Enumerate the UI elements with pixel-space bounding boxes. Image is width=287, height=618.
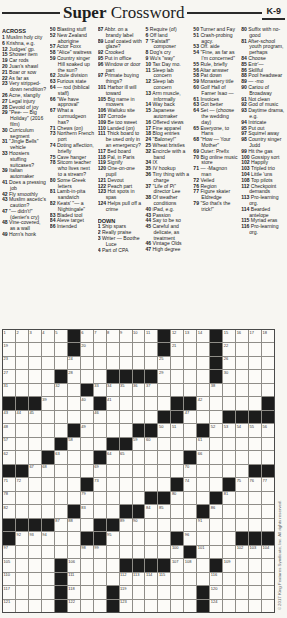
grid-cell-r20c12[interactable] xyxy=(145,586,157,598)
grid-cell-r3c10[interactable] xyxy=(120,357,132,369)
grid-cell-r12c1[interactable]: 71 xyxy=(3,478,15,490)
grid-cell-r13c20[interactable] xyxy=(249,492,261,504)
grid-cell-r12c11[interactable] xyxy=(133,478,145,490)
grid-cell-r5c15[interactable] xyxy=(184,384,196,396)
grid-cell-r16c11[interactable] xyxy=(133,532,145,544)
grid-cell-r5c8[interactable]: 33 xyxy=(94,384,106,396)
grid-cell-r7c7[interactable] xyxy=(81,411,93,423)
grid-cell-r16c9[interactable]: 95 xyxy=(107,532,119,544)
grid-cell-r14c19[interactable] xyxy=(236,505,248,517)
grid-cell-r17c19[interactable]: 102 xyxy=(236,546,248,558)
grid-cell-r14c2[interactable] xyxy=(16,505,28,517)
grid-cell-r8c13[interactable]: 50 xyxy=(158,424,170,436)
grid-cell-r14c1[interactable]: 82 xyxy=(3,505,15,517)
grid-cell-r12c16[interactable] xyxy=(197,478,209,490)
grid-cell-r4c14[interactable] xyxy=(171,370,183,382)
grid-cell-r19c8[interactable] xyxy=(94,573,106,585)
grid-cell-r1c1[interactable]: 1 xyxy=(3,330,15,342)
grid-cell-r9c12[interactable]: 60 xyxy=(145,438,157,450)
grid-cell-r18c21[interactable] xyxy=(262,559,274,571)
grid-cell-r17c13[interactable] xyxy=(158,546,170,558)
grid-cell-r20c17[interactable]: 120 xyxy=(210,586,222,598)
grid-cell-r15c12[interactable] xyxy=(145,519,157,531)
grid-cell-r11c8[interactable]: 69 xyxy=(94,465,106,477)
grid-cell-r19c9[interactable] xyxy=(107,573,119,585)
grid-cell-r7c12[interactable] xyxy=(145,411,157,423)
grid-cell-r15c7[interactable] xyxy=(81,519,93,531)
grid-cell-r18c2[interactable] xyxy=(16,559,28,571)
grid-cell-r14c13[interactable]: 85 xyxy=(158,505,170,517)
grid-cell-r3c12[interactable] xyxy=(145,357,157,369)
grid-cell-r10c14[interactable] xyxy=(171,451,183,463)
grid-cell-r13c18[interactable]: 81 xyxy=(223,492,235,504)
grid-cell-r6c11[interactable] xyxy=(133,397,145,409)
grid-cell-r6c10[interactable] xyxy=(120,397,132,409)
grid-cell-r1c10[interactable]: 9 xyxy=(120,330,132,342)
grid-cell-r2c5[interactable] xyxy=(55,343,67,355)
grid-cell-r14c12[interactable]: 84 xyxy=(145,505,157,517)
grid-cell-r12c10[interactable] xyxy=(120,478,132,490)
grid-cell-r17c11[interactable] xyxy=(133,546,145,558)
grid-cell-r12c9[interactable] xyxy=(107,478,119,490)
grid-cell-r1c20[interactable]: 17 xyxy=(249,330,261,342)
grid-cell-r11c4[interactable]: 68 xyxy=(42,465,54,477)
grid-cell-r17c21[interactable]: 104 xyxy=(262,546,274,558)
grid-cell-r16c10[interactable] xyxy=(120,532,132,544)
grid-cell-r14c14[interactable] xyxy=(171,505,183,517)
grid-cell-r14c8[interactable] xyxy=(94,505,106,517)
grid-cell-r9c6[interactable]: 58 xyxy=(68,438,80,450)
grid-cell-r20c19[interactable] xyxy=(236,586,248,598)
grid-cell-r10c6[interactable] xyxy=(68,451,80,463)
grid-cell-r10c17[interactable] xyxy=(210,451,222,463)
grid-cell-r20c8[interactable] xyxy=(94,586,106,598)
grid-cell-r2c2[interactable] xyxy=(16,343,28,355)
grid-cell-r10c10[interactable]: 65 xyxy=(120,451,132,463)
grid-cell-r20c3[interactable] xyxy=(29,586,41,598)
grid-cell-r11c11[interactable] xyxy=(133,465,145,477)
grid-cell-r5c2[interactable] xyxy=(16,384,28,396)
grid-cell-r11c16[interactable] xyxy=(197,465,209,477)
grid-cell-r3c18[interactable]: 26 xyxy=(223,357,235,369)
grid-cell-r9c18[interactable] xyxy=(223,438,235,450)
grid-cell-r7c17[interactable] xyxy=(210,411,222,423)
grid-cell-r4c18[interactable]: 30 xyxy=(223,370,235,382)
grid-cell-r10c3[interactable] xyxy=(29,451,41,463)
grid-cell-r7c1[interactable]: 43 xyxy=(3,411,15,423)
grid-cell-r4c16[interactable] xyxy=(197,370,209,382)
grid-cell-r3c19[interactable] xyxy=(236,357,248,369)
grid-cell-r14c9[interactable] xyxy=(107,505,119,517)
grid-cell-r17c1[interactable]: 97 xyxy=(3,546,15,558)
grid-cell-r21c6[interactable]: 122 xyxy=(68,600,80,612)
grid-cell-r21c10[interactable]: 123 xyxy=(120,600,132,612)
grid-cell-r3c16[interactable] xyxy=(197,357,209,369)
grid-cell-r5c20[interactable] xyxy=(249,384,261,396)
grid-cell-r15c5[interactable]: 87 xyxy=(55,519,67,531)
grid-cell-r19c14[interactable] xyxy=(171,573,183,585)
grid-cell-r11c14[interactable] xyxy=(171,465,183,477)
grid-cell-r12c5[interactable] xyxy=(55,478,67,490)
grid-cell-r19c10[interactable]: 112 xyxy=(120,573,132,585)
grid-cell-r1c8[interactable]: 7 xyxy=(94,330,106,342)
grid-cell-r9c21[interactable] xyxy=(262,438,274,450)
grid-cell-r10c18[interactable] xyxy=(223,451,235,463)
grid-cell-r20c4[interactable] xyxy=(42,586,54,598)
grid-cell-r11c18[interactable] xyxy=(223,465,235,477)
grid-cell-r5c5[interactable]: 32 xyxy=(55,384,67,396)
grid-cell-r11c17[interactable] xyxy=(210,465,222,477)
grid-cell-r18c1[interactable]: 105 xyxy=(3,559,15,571)
grid-cell-r9c1[interactable]: 57 xyxy=(3,438,15,450)
grid-cell-r7c5[interactable] xyxy=(55,411,67,423)
grid-cell-r8c21[interactable]: 56 xyxy=(262,424,274,436)
grid-cell-r16c16[interactable] xyxy=(197,532,209,544)
grid-cell-r16c12[interactable] xyxy=(145,532,157,544)
grid-cell-r8c5[interactable] xyxy=(55,424,67,436)
grid-cell-r17c6[interactable] xyxy=(68,546,80,558)
grid-cell-r13c2[interactable] xyxy=(16,492,28,504)
grid-cell-r8c19[interactable]: 54 xyxy=(236,424,248,436)
grid-cell-r2c7[interactable]: 20 xyxy=(81,343,93,355)
grid-cell-r3c20[interactable] xyxy=(249,357,261,369)
grid-cell-r2c9[interactable] xyxy=(107,343,119,355)
grid-cell-r10c11[interactable] xyxy=(133,451,145,463)
grid-cell-r8c9[interactable] xyxy=(107,424,119,436)
grid-cell-r19c2[interactable] xyxy=(16,573,28,585)
grid-cell-r12c17[interactable] xyxy=(210,478,222,490)
grid-cell-r3c9[interactable] xyxy=(107,357,119,369)
grid-cell-r1c18[interactable]: 15 xyxy=(223,330,235,342)
grid-cell-r2c19[interactable] xyxy=(236,343,248,355)
grid-cell-r9c8[interactable] xyxy=(94,438,106,450)
grid-cell-r19c16[interactable] xyxy=(197,573,209,585)
grid-cell-r13c6[interactable] xyxy=(68,492,80,504)
grid-cell-r16c5[interactable] xyxy=(55,532,67,544)
grid-cell-r1c7[interactable]: 6 xyxy=(81,330,93,342)
grid-cell-r2c16[interactable] xyxy=(197,343,209,355)
grid-cell-r21c14[interactable] xyxy=(171,600,183,612)
grid-cell-r13c3[interactable] xyxy=(29,492,41,504)
grid-cell-r19c17[interactable]: 116 xyxy=(210,573,222,585)
grid-cell-r13c7[interactable]: 79 xyxy=(81,492,93,504)
grid-cell-r4c4[interactable] xyxy=(42,370,54,382)
grid-cell-r21c11[interactable] xyxy=(133,600,145,612)
grid-cell-r3c6[interactable]: 24 xyxy=(68,357,80,369)
grid-cell-r8c4[interactable] xyxy=(42,424,54,436)
grid-cell-r21c13[interactable] xyxy=(158,600,170,612)
grid-cell-r10c20[interactable] xyxy=(249,451,261,463)
grid-cell-r5c21[interactable] xyxy=(262,384,274,396)
grid-cell-r10c5[interactable]: 63 xyxy=(55,451,67,463)
grid-cell-r6c16[interactable]: 42 xyxy=(197,397,209,409)
grid-cell-r17c10[interactable] xyxy=(120,546,132,558)
grid-cell-r4c3[interactable] xyxy=(29,370,41,382)
grid-cell-r17c2[interactable] xyxy=(16,546,28,558)
grid-cell-r3c1[interactable]: 23 xyxy=(3,357,15,369)
grid-cell-r18c3[interactable] xyxy=(29,559,41,571)
grid-cell-r14c21[interactable] xyxy=(262,505,274,517)
grid-cell-r18c19[interactable] xyxy=(236,559,248,571)
grid-cell-r10c21[interactable] xyxy=(262,451,274,463)
grid-cell-r13c15[interactable] xyxy=(184,492,196,504)
grid-cell-r15c11[interactable]: 90 xyxy=(133,519,145,531)
grid-cell-r18c15[interactable]: 108 xyxy=(184,559,196,571)
grid-cell-r5c11[interactable]: 36 xyxy=(133,384,145,396)
grid-cell-r1c5[interactable]: 5 xyxy=(55,330,67,342)
grid-cell-r14c5[interactable] xyxy=(55,505,67,517)
grid-cell-r16c6[interactable] xyxy=(68,532,80,544)
grid-cell-r18c14[interactable]: 107 xyxy=(171,559,183,571)
grid-cell-r19c6[interactable]: 111 xyxy=(68,573,80,585)
grid-cell-r4c21[interactable] xyxy=(262,370,274,382)
grid-cell-r8c18[interactable]: 53 xyxy=(223,424,235,436)
grid-cell-r2c3[interactable] xyxy=(29,343,41,355)
grid-cell-r5c19[interactable] xyxy=(236,384,248,396)
grid-cell-r11c5[interactable] xyxy=(55,465,67,477)
grid-cell-r17c3[interactable] xyxy=(29,546,41,558)
grid-cell-r9c4[interactable] xyxy=(42,438,54,450)
grid-cell-r19c18[interactable] xyxy=(223,573,235,585)
grid-cell-r20c6[interactable]: 118 xyxy=(68,586,80,598)
grid-cell-r15c18[interactable] xyxy=(223,519,235,531)
grid-cell-r18c6[interactable]: 106 xyxy=(68,559,80,571)
grid-cell-r3c3[interactable] xyxy=(29,357,41,369)
grid-cell-r21c15[interactable] xyxy=(184,600,196,612)
grid-cell-r20c15[interactable] xyxy=(184,586,196,598)
grid-cell-r7c3[interactable]: 45 xyxy=(29,411,41,423)
grid-cell-r12c20[interactable]: 76 xyxy=(249,478,261,490)
grid-cell-r20c14[interactable] xyxy=(171,586,183,598)
grid-cell-r15c21[interactable] xyxy=(262,519,274,531)
grid-cell-r17c5[interactable] xyxy=(55,546,67,558)
grid-cell-r4c6[interactable]: 28 xyxy=(68,370,80,382)
grid-cell-r7c16[interactable] xyxy=(197,411,209,423)
grid-cell-r19c1[interactable]: 110 xyxy=(3,573,15,585)
grid-cell-r2c21[interactable] xyxy=(262,343,274,355)
grid-cell-r3c15[interactable] xyxy=(184,357,196,369)
grid-cell-r17c4[interactable] xyxy=(42,546,54,558)
grid-cell-r15c19[interactable] xyxy=(236,519,248,531)
grid-cell-r12c15[interactable]: 74 xyxy=(184,478,196,490)
grid-cell-r8c17[interactable]: 52 xyxy=(210,424,222,436)
grid-cell-r20c7[interactable] xyxy=(81,586,93,598)
grid-cell-r6c17[interactable] xyxy=(210,397,222,409)
grid-cell-r20c1[interactable]: 117 xyxy=(3,586,15,598)
grid-cell-r19c13[interactable]: 115 xyxy=(158,573,170,585)
grid-cell-r10c1[interactable]: 62 xyxy=(3,451,15,463)
grid-cell-r8c14[interactable]: 51 xyxy=(171,424,183,436)
grid-cell-r2c11[interactable] xyxy=(133,343,145,355)
grid-cell-r1c21[interactable]: 18 xyxy=(262,330,274,342)
grid-cell-r12c13[interactable] xyxy=(158,478,170,490)
grid-cell-r1c19[interactable]: 16 xyxy=(236,330,248,342)
grid-cell-r6c4[interactable]: 39 xyxy=(42,397,54,409)
grid-cell-r3c21[interactable] xyxy=(262,357,274,369)
grid-cell-r21c19[interactable] xyxy=(236,600,248,612)
grid-cell-r5c13[interactable] xyxy=(158,384,170,396)
grid-cell-r16c15[interactable]: 96 xyxy=(184,532,196,544)
grid-cell-r17c14[interactable]: 100 xyxy=(171,546,183,558)
grid-cell-r17c8[interactable]: 99 xyxy=(94,546,106,558)
grid-cell-r10c2[interactable] xyxy=(16,451,28,463)
grid-cell-r9c14[interactable] xyxy=(171,438,183,450)
grid-cell-r5c12[interactable]: 37 xyxy=(145,384,157,396)
grid-cell-r3c4[interactable] xyxy=(42,357,54,369)
grid-cell-r5c1[interactable]: 31 xyxy=(3,384,15,396)
grid-cell-r11c7[interactable] xyxy=(81,465,93,477)
grid-cell-r13c10[interactable] xyxy=(120,492,132,504)
grid-cell-r14c17[interactable]: 86 xyxy=(210,505,222,517)
grid-cell-r2c8[interactable] xyxy=(94,343,106,355)
grid-cell-r12c19[interactable]: 75 xyxy=(236,478,248,490)
grid-cell-r11c10[interactable] xyxy=(120,465,132,477)
grid-cell-r19c11[interactable]: 113 xyxy=(133,573,145,585)
grid-cell-r6c19[interactable] xyxy=(236,397,248,409)
grid-cell-r19c20[interactable] xyxy=(249,573,261,585)
grid-cell-r20c2[interactable] xyxy=(16,586,28,598)
grid-cell-r15c15[interactable] xyxy=(184,519,196,531)
grid-cell-r15c17[interactable] xyxy=(210,519,222,531)
grid-cell-r17c12[interactable] xyxy=(145,546,157,558)
grid-cell-r5c3[interactable] xyxy=(29,384,41,396)
grid-cell-r7c8[interactable]: 46 xyxy=(94,411,106,423)
grid-cell-r13c21[interactable] xyxy=(262,492,274,504)
grid-cell-r3c13[interactable]: 25 xyxy=(158,357,170,369)
grid-cell-r16c17[interactable] xyxy=(210,532,222,544)
grid-cell-r9c3[interactable] xyxy=(29,438,41,450)
grid-cell-r6c20[interactable] xyxy=(249,397,261,409)
grid-cell-r15c10[interactable]: 89 xyxy=(120,519,132,531)
grid-cell-r17c17[interactable] xyxy=(210,546,222,558)
grid-cell-r5c18[interactable] xyxy=(223,384,235,396)
grid-cell-r6c18[interactable] xyxy=(223,397,235,409)
grid-cell-r6c5[interactable] xyxy=(55,397,67,409)
grid-cell-r9c7[interactable] xyxy=(81,438,93,450)
grid-cell-r9c13[interactable] xyxy=(158,438,170,450)
grid-cell-r6c12[interactable] xyxy=(145,397,157,409)
grid-cell-r16c13[interactable] xyxy=(158,532,170,544)
grid-cell-r17c18[interactable] xyxy=(223,546,235,558)
grid-cell-r21c7[interactable] xyxy=(81,600,93,612)
grid-cell-r16c3[interactable]: 93 xyxy=(29,532,41,544)
grid-cell-r2c15[interactable] xyxy=(184,343,196,355)
grid-cell-r18c18[interactable]: 109 xyxy=(223,559,235,571)
grid-cell-r11c12[interactable] xyxy=(145,465,157,477)
grid-cell-r9c11[interactable]: 59 xyxy=(133,438,145,450)
grid-cell-r17c9[interactable] xyxy=(107,546,119,558)
grid-cell-r7c6[interactable] xyxy=(68,411,80,423)
grid-cell-r19c7[interactable] xyxy=(81,573,93,585)
grid-cell-r5c17[interactable]: 38 xyxy=(210,384,222,396)
grid-cell-r2c10[interactable] xyxy=(120,343,132,355)
grid-cell-r4c20[interactable] xyxy=(249,370,261,382)
grid-cell-r4c13[interactable]: 29 xyxy=(158,370,170,382)
grid-cell-r4c15[interactable] xyxy=(184,370,196,382)
grid-cell-r18c7[interactable] xyxy=(81,559,93,571)
grid-cell-r1c11[interactable]: 10 xyxy=(133,330,145,342)
grid-cell-r10c13[interactable] xyxy=(158,451,170,463)
grid-cell-r1c16[interactable]: 14 xyxy=(197,330,209,342)
grid-cell-r18c9[interactable] xyxy=(107,559,119,571)
grid-cell-r12c3[interactable] xyxy=(29,478,41,490)
grid-cell-r20c13[interactable] xyxy=(158,586,170,598)
grid-cell-r4c1[interactable]: 27 xyxy=(3,370,15,382)
grid-cell-r14c3[interactable] xyxy=(29,505,41,517)
grid-cell-r11c15[interactable]: 70 xyxy=(184,465,196,477)
grid-cell-r13c16[interactable] xyxy=(197,492,209,504)
grid-cell-r20c11[interactable] xyxy=(133,586,145,598)
grid-cell-r7c10[interactable] xyxy=(120,411,132,423)
grid-cell-r21c2[interactable] xyxy=(16,600,28,612)
grid-cell-r11c13[interactable] xyxy=(158,465,170,477)
grid-cell-r2c4[interactable] xyxy=(42,343,54,355)
grid-cell-r21c8[interactable] xyxy=(94,600,106,612)
grid-cell-r5c10[interactable]: 35 xyxy=(120,384,132,396)
grid-cell-r19c19[interactable] xyxy=(236,573,248,585)
grid-cell-r5c14[interactable] xyxy=(171,384,183,396)
grid-cell-r8c2[interactable] xyxy=(16,424,28,436)
grid-cell-r2c18[interactable]: 22 xyxy=(223,343,235,355)
grid-cell-r15c14[interactable] xyxy=(171,519,183,531)
grid-cell-r8c1[interactable]: 48 xyxy=(3,424,15,436)
grid-cell-r9c19[interactable] xyxy=(236,438,248,450)
grid-cell-r19c12[interactable]: 114 xyxy=(145,573,157,585)
grid-cell-r7c9[interactable] xyxy=(107,411,119,423)
grid-cell-r4c2[interactable] xyxy=(16,370,28,382)
grid-cell-r1c9[interactable]: 8 xyxy=(107,330,119,342)
grid-cell-r9c2[interactable] xyxy=(16,438,28,450)
grid-cell-r17c7[interactable]: 98 xyxy=(81,546,93,558)
grid-cell-r18c4[interactable] xyxy=(42,559,54,571)
grid-cell-r15c16[interactable]: 91 xyxy=(197,519,209,531)
grid-cell-r14c18[interactable] xyxy=(223,505,235,517)
grid-cell-r14c20[interactable] xyxy=(249,505,261,517)
grid-cell-r18c16[interactable] xyxy=(197,559,209,571)
grid-cell-r12c8[interactable]: 73 xyxy=(94,478,106,490)
grid-cell-r14c15[interactable] xyxy=(184,505,196,517)
grid-cell-r13c11[interactable] xyxy=(133,492,145,504)
grid-cell-r14c7[interactable]: 83 xyxy=(81,505,93,517)
grid-cell-r21c21[interactable] xyxy=(262,600,274,612)
grid-cell-r18c20[interactable] xyxy=(249,559,261,571)
grid-cell-r5c6[interactable] xyxy=(68,384,80,396)
grid-cell-r20c21[interactable] xyxy=(262,586,274,598)
grid-cell-r6c6[interactable] xyxy=(68,397,80,409)
grid-cell-r19c15[interactable] xyxy=(184,573,196,585)
grid-cell-r5c16[interactable] xyxy=(197,384,209,396)
grid-cell-r10c16[interactable]: 66 xyxy=(197,451,209,463)
grid-cell-r2c12[interactable] xyxy=(145,343,157,355)
grid-cell-r13c19[interactable] xyxy=(236,492,248,504)
grid-cell-r11c19[interactable] xyxy=(236,465,248,477)
grid-cell-r1c14[interactable]: 12 xyxy=(171,330,183,342)
grid-cell-r16c4[interactable]: 94 xyxy=(42,532,54,544)
grid-cell-r15c6[interactable]: 88 xyxy=(68,519,80,531)
grid-cell-r12c6[interactable] xyxy=(68,478,80,490)
grid-cell-r13c9[interactable] xyxy=(107,492,119,504)
grid-cell-r6c7[interactable]: 40 xyxy=(81,397,93,409)
grid-cell-r8c15[interactable] xyxy=(184,424,196,436)
grid-cell-r21c4[interactable] xyxy=(42,600,54,612)
grid-cell-r12c2[interactable]: 72 xyxy=(16,478,28,490)
grid-cell-r4c19[interactable] xyxy=(236,370,248,382)
grid-cell-r7c2[interactable]: 44 xyxy=(16,411,28,423)
grid-cell-r9c15[interactable] xyxy=(184,438,196,450)
grid-cell-r3c11[interactable] xyxy=(133,357,145,369)
grid-cell-r8c3[interactable] xyxy=(29,424,41,436)
grid-cell-r21c20[interactable] xyxy=(249,600,261,612)
